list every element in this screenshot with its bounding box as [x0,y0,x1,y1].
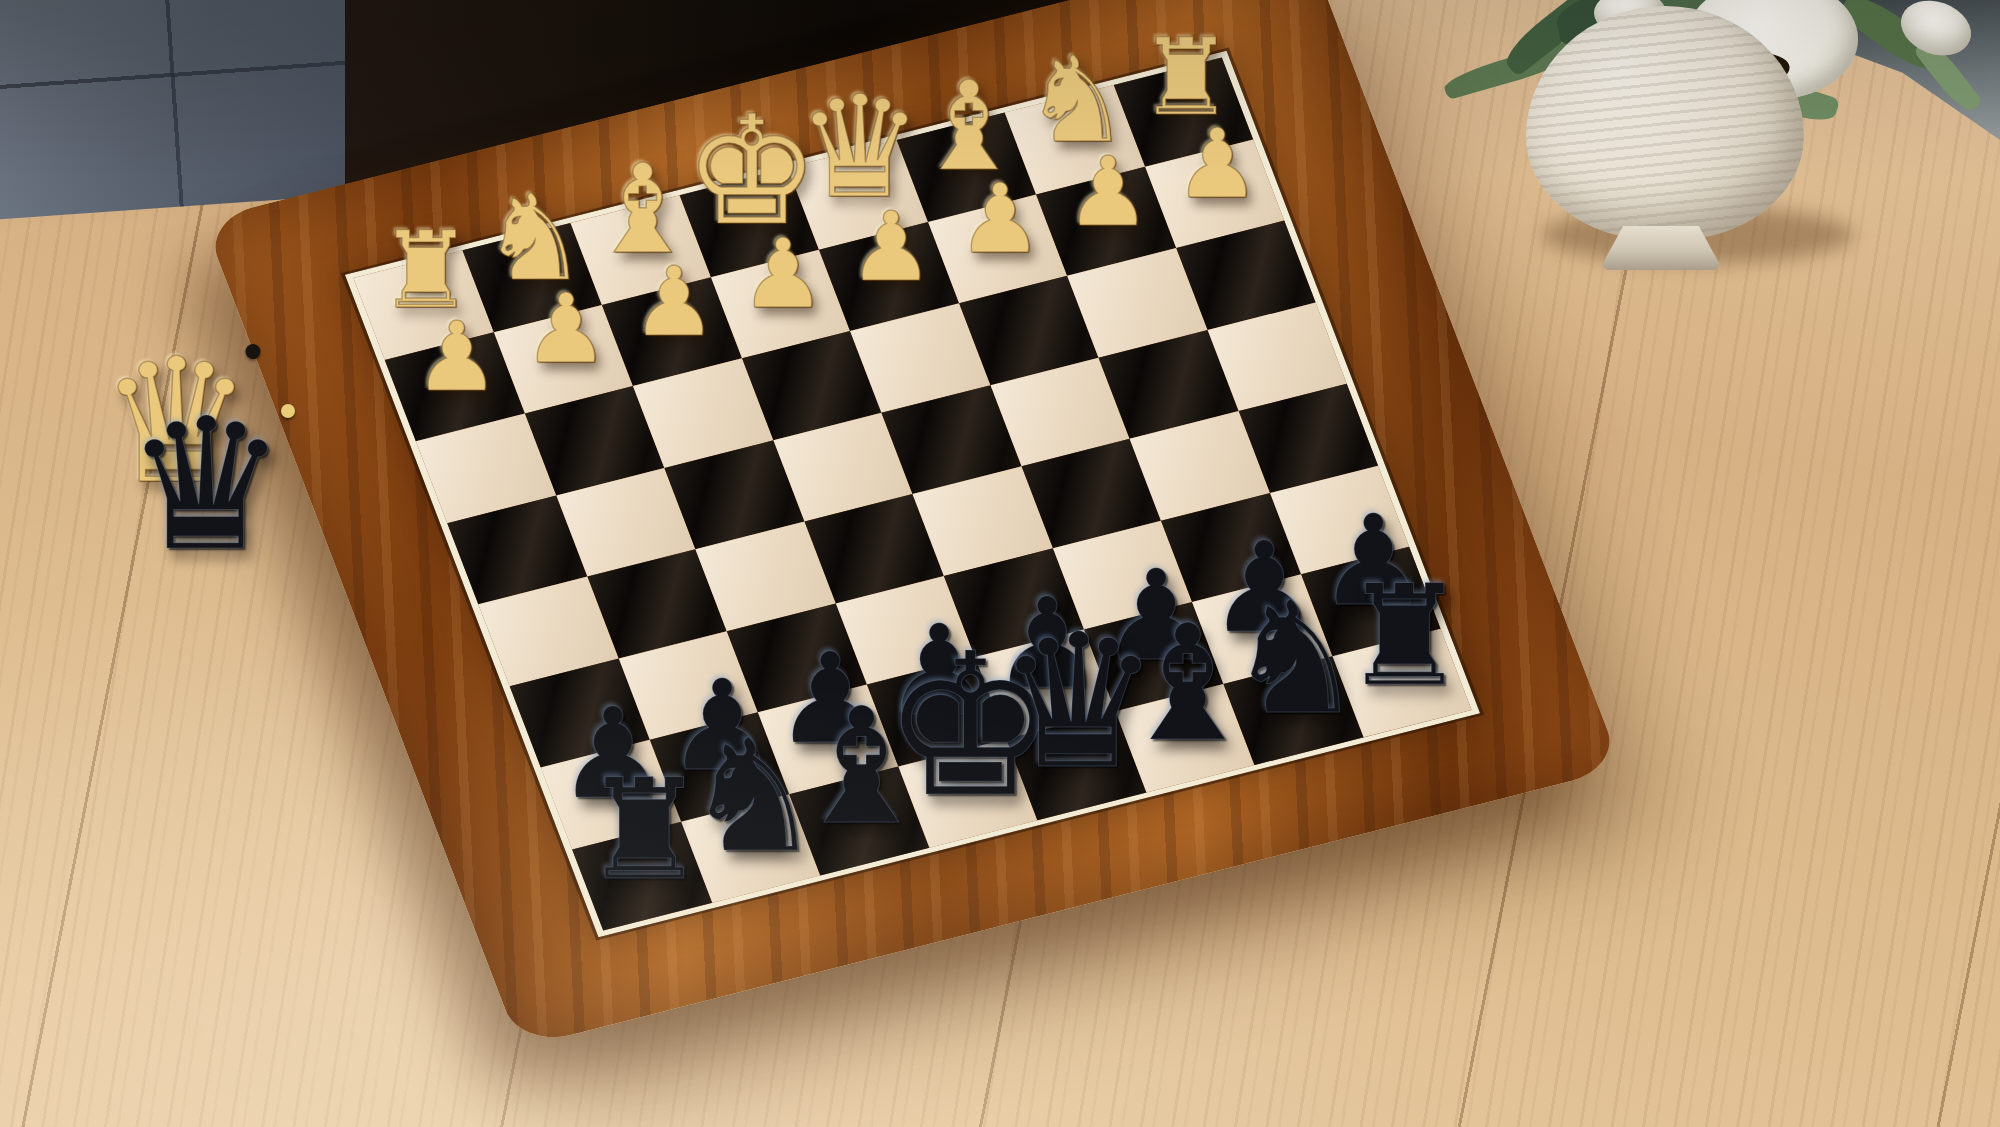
white-pawn-c2: ♟ [957,171,1043,267]
black-queen-piece: ♛ [124,394,287,576]
white-pawn-b2: ♟ [1065,143,1151,239]
white-pawn-d2: ♟ [848,198,934,294]
black-finial-dot [246,344,261,359]
white-pawn-f2: ♟ [631,254,717,350]
scene: ♜♞♝♚♛♝♞♜♟♟♟♟♟♟♟♟♟♟♟♟♟♟♟♟♜♞♝♚♛♝♞♜ ♛ ♛ [0,0,2000,1127]
white-pawn-a2: ♟ [1174,116,1260,212]
white-pawn-h2: ♟ [414,309,500,405]
white-pawn-g2: ♟ [523,281,609,377]
black-rook-a8: ♜ [1342,567,1467,706]
board-grid: ♜♞♝♚♛♝♞♜♟♟♟♟♟♟♟♟♟♟♟♟♟♟♟♟♜♞♝♚♛♝♞♜ [345,51,1480,937]
vase-foot [1602,226,1720,270]
white-pawn-e2: ♟ [740,226,826,322]
yellow-finial-dot [281,404,295,418]
spare-black-queen: ♛ [206,394,369,576]
